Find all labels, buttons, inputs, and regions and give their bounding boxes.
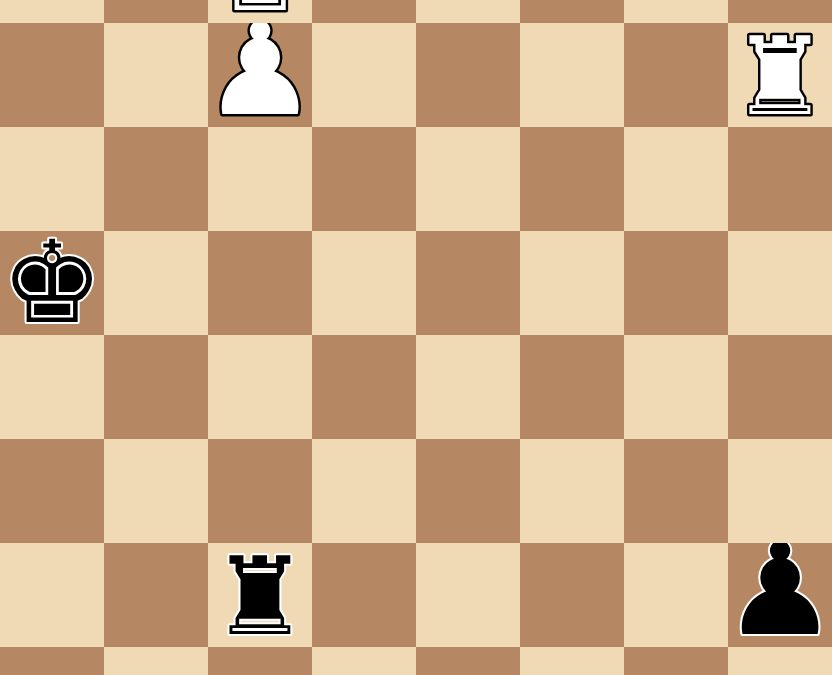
- square-g4[interactable]: [624, 335, 728, 439]
- square-f5[interactable]: [520, 231, 624, 335]
- piece-white-rook[interactable]: ♜: [728, 23, 832, 127]
- square-g1[interactable]: [624, 647, 728, 675]
- svg-text:♜: ♜: [212, 543, 309, 647]
- square-f3[interactable]: [520, 439, 624, 543]
- square-f2[interactable]: [520, 543, 624, 647]
- square-b4[interactable]: [104, 335, 208, 439]
- svg-text:♚: ♚: [1, 231, 103, 335]
- square-g6[interactable]: [624, 127, 728, 231]
- chess-board-screenshot: ♚♟♜♚♚♜♜♟♟: [0, 0, 832, 675]
- square-e5[interactable]: [416, 231, 520, 335]
- square-h5[interactable]: [728, 231, 832, 335]
- square-e1[interactable]: [416, 647, 520, 675]
- square-c5[interactable]: [208, 231, 312, 335]
- square-g2[interactable]: [624, 543, 728, 647]
- square-a4[interactable]: [0, 335, 104, 439]
- square-c1[interactable]: [208, 647, 312, 675]
- square-e3[interactable]: [416, 439, 520, 543]
- square-d4[interactable]: [312, 335, 416, 439]
- square-g5[interactable]: [624, 231, 728, 335]
- square-c8[interactable]: ♚: [208, 0, 312, 23]
- piece-white-king[interactable]: ♚: [208, 0, 312, 23]
- square-b8[interactable]: [104, 0, 208, 23]
- square-g8[interactable]: [624, 0, 728, 23]
- piece-white-pawn[interactable]: ♟: [208, 23, 312, 127]
- square-h1[interactable]: [728, 647, 832, 675]
- square-b5[interactable]: [104, 231, 208, 335]
- square-h6[interactable]: [728, 127, 832, 231]
- square-f7[interactable]: [520, 23, 624, 127]
- square-f4[interactable]: [520, 335, 624, 439]
- chess-board: ♚♟♜♚♚♜♜♟♟: [0, 0, 832, 675]
- square-e8[interactable]: [416, 0, 520, 23]
- square-g7[interactable]: [624, 23, 728, 127]
- square-c6[interactable]: [208, 127, 312, 231]
- svg-text:♟: ♟: [208, 23, 312, 127]
- square-a5[interactable]: ♚♚: [0, 231, 104, 335]
- square-a6[interactable]: [0, 127, 104, 231]
- square-a3[interactable]: [0, 439, 104, 543]
- square-b3[interactable]: [104, 439, 208, 543]
- square-f1[interactable]: [520, 647, 624, 675]
- square-e6[interactable]: [416, 127, 520, 231]
- square-h8[interactable]: [728, 0, 832, 23]
- square-h7[interactable]: ♜: [728, 23, 832, 127]
- square-d5[interactable]: [312, 231, 416, 335]
- square-h4[interactable]: [728, 335, 832, 439]
- square-c3[interactable]: [208, 439, 312, 543]
- square-a8[interactable]: [0, 0, 104, 23]
- svg-text:♚: ♚: [209, 0, 311, 23]
- square-e7[interactable]: [416, 23, 520, 127]
- square-h2[interactable]: ♟♟: [728, 543, 832, 647]
- square-f6[interactable]: [520, 127, 624, 231]
- square-c4[interactable]: [208, 335, 312, 439]
- square-b6[interactable]: [104, 127, 208, 231]
- square-d7[interactable]: [312, 23, 416, 127]
- square-a7[interactable]: [0, 23, 104, 127]
- square-c2[interactable]: ♜♜: [208, 543, 312, 647]
- svg-text:♟: ♟: [728, 543, 832, 647]
- square-f8[interactable]: [520, 0, 624, 23]
- piece-black-king[interactable]: ♚♚: [0, 231, 104, 335]
- square-c7[interactable]: ♟: [208, 23, 312, 127]
- piece-black-rook[interactable]: ♜♜: [208, 543, 312, 647]
- square-d1[interactable]: [312, 647, 416, 675]
- square-d6[interactable]: [312, 127, 416, 231]
- square-b7[interactable]: [104, 23, 208, 127]
- square-d3[interactable]: [312, 439, 416, 543]
- square-b2[interactable]: [104, 543, 208, 647]
- square-h3[interactable]: [728, 439, 832, 543]
- square-a2[interactable]: [0, 543, 104, 647]
- square-e2[interactable]: [416, 543, 520, 647]
- svg-text:♜: ♜: [732, 23, 829, 127]
- square-g3[interactable]: [624, 439, 728, 543]
- square-d2[interactable]: [312, 543, 416, 647]
- square-b1[interactable]: [104, 647, 208, 675]
- square-d8[interactable]: [312, 0, 416, 23]
- square-e4[interactable]: [416, 335, 520, 439]
- piece-black-pawn[interactable]: ♟♟: [728, 543, 832, 647]
- square-a1[interactable]: [0, 647, 104, 675]
